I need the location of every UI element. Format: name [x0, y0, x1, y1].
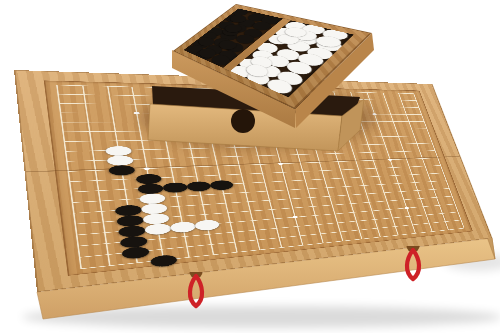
floor-shadow-right — [444, 253, 500, 271]
tray-white-stone: ● — [314, 34, 345, 48]
white-stone: ● — [194, 218, 220, 230]
black-stone: ● — [108, 164, 135, 175]
board-stones-layer: ●●●●●●●●●●●●●●●●●●●● — [14, 70, 492, 292]
go-board: ●●●●●●●●●●●●●●●●●●●● — [14, 70, 492, 292]
tray-white-stone: ● — [265, 76, 297, 95]
floor-shadow — [22, 306, 500, 328]
product-photo-scene: ●●●●●●●●●●●●●●●●●●●● ●●●●●●●●●●●●●●●●●●●… — [0, 0, 500, 333]
clasp-loop-front — [190, 276, 202, 306]
black-stone: ● — [209, 179, 234, 189]
black-stone: ● — [121, 245, 150, 258]
clasp-loop-right — [407, 250, 419, 279]
black-stone: ● — [150, 253, 178, 267]
